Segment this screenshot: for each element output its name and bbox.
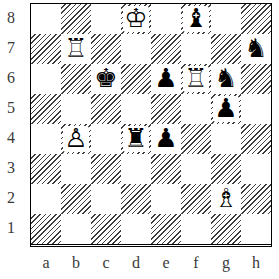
square-f3[interactable] — [181, 154, 211, 184]
square-g5[interactable]: ♟ — [211, 94, 241, 124]
square-a3[interactable] — [31, 154, 61, 184]
file-label-f: f — [181, 250, 211, 276]
square-f1[interactable] — [181, 214, 211, 244]
square-b8[interactable] — [61, 4, 91, 34]
file-label-c: c — [91, 250, 121, 276]
square-f7[interactable] — [181, 34, 211, 64]
square-h1[interactable] — [241, 214, 271, 244]
square-a7[interactable] — [31, 34, 61, 64]
file-labels: abcdefgh — [31, 250, 271, 276]
rank-label-5: 5 — [0, 93, 22, 123]
square-e3[interactable] — [151, 154, 181, 184]
square-d3[interactable] — [121, 154, 151, 184]
white-pawn[interactable]: ♙ — [64, 125, 87, 151]
white-rook[interactable]: ♖ — [64, 35, 87, 61]
square-d2[interactable] — [121, 184, 151, 214]
square-e6[interactable]: ♟ — [151, 64, 181, 94]
chess-board: ♔♝♖♞♚♟♖♞♟♙♜♟♗ — [30, 3, 272, 247]
square-g3[interactable] — [211, 154, 241, 184]
square-e7[interactable] — [151, 34, 181, 64]
square-a6[interactable] — [31, 64, 61, 94]
square-d7[interactable] — [121, 34, 151, 64]
file-label-d: d — [121, 250, 151, 276]
rank-label-2: 2 — [0, 183, 22, 213]
chess-diagram: 87654321 ♔♝♖♞♚♟♖♞♟♙♜♟♗ abcdefgh — [0, 0, 279, 279]
square-d5[interactable] — [121, 94, 151, 124]
rank-label-8: 8 — [0, 3, 22, 33]
rank-label-6: 6 — [0, 63, 22, 93]
black-pawn[interactable]: ♟ — [154, 65, 177, 91]
black-knight[interactable]: ♞ — [244, 35, 267, 61]
black-rook[interactable]: ♜ — [124, 125, 147, 151]
square-c7[interactable] — [91, 34, 121, 64]
square-d8[interactable]: ♔ — [121, 4, 151, 34]
black-pawn[interactable]: ♟ — [154, 125, 177, 151]
square-g1[interactable] — [211, 214, 241, 244]
square-b1[interactable] — [61, 214, 91, 244]
square-a1[interactable] — [31, 214, 61, 244]
file-label-g: g — [211, 250, 241, 276]
white-bishop[interactable]: ♗ — [214, 185, 237, 211]
square-h4[interactable] — [241, 124, 271, 154]
black-pawn[interactable]: ♟ — [214, 95, 237, 121]
file-label-a: a — [31, 250, 61, 276]
square-f8[interactable]: ♝ — [181, 4, 211, 34]
square-c4[interactable] — [91, 124, 121, 154]
file-label-h: h — [241, 250, 271, 276]
square-d1[interactable] — [121, 214, 151, 244]
white-king[interactable]: ♔ — [124, 5, 147, 31]
square-a2[interactable] — [31, 184, 61, 214]
square-g4[interactable] — [211, 124, 241, 154]
file-label-e: e — [151, 250, 181, 276]
square-a4[interactable] — [31, 124, 61, 154]
square-b4[interactable]: ♙ — [61, 124, 91, 154]
square-g6[interactable]: ♞ — [211, 64, 241, 94]
square-g2[interactable]: ♗ — [211, 184, 241, 214]
square-b5[interactable] — [61, 94, 91, 124]
rank-label-3: 3 — [0, 153, 22, 183]
square-e5[interactable] — [151, 94, 181, 124]
square-c1[interactable] — [91, 214, 121, 244]
square-h2[interactable] — [241, 184, 271, 214]
white-rook[interactable]: ♖ — [184, 65, 207, 91]
square-b6[interactable] — [61, 64, 91, 94]
square-b2[interactable] — [61, 184, 91, 214]
square-f6[interactable]: ♖ — [181, 64, 211, 94]
square-e2[interactable] — [151, 184, 181, 214]
square-f2[interactable] — [181, 184, 211, 214]
square-e4[interactable]: ♟ — [151, 124, 181, 154]
square-h5[interactable] — [241, 94, 271, 124]
square-g8[interactable] — [211, 4, 241, 34]
square-h6[interactable] — [241, 64, 271, 94]
square-d6[interactable] — [121, 64, 151, 94]
square-c2[interactable] — [91, 184, 121, 214]
rank-label-4: 4 — [0, 123, 22, 153]
rank-label-7: 7 — [0, 33, 22, 63]
square-c5[interactable] — [91, 94, 121, 124]
square-f4[interactable] — [181, 124, 211, 154]
file-label-b: b — [61, 250, 91, 276]
square-h7[interactable]: ♞ — [241, 34, 271, 64]
square-c3[interactable] — [91, 154, 121, 184]
square-g7[interactable] — [211, 34, 241, 64]
square-c8[interactable] — [91, 4, 121, 34]
square-b7[interactable]: ♖ — [61, 34, 91, 64]
square-c6[interactable]: ♚ — [91, 64, 121, 94]
square-a8[interactable] — [31, 4, 61, 34]
black-knight[interactable]: ♞ — [214, 65, 237, 91]
rank-label-1: 1 — [0, 213, 22, 243]
square-d4[interactable]: ♜ — [121, 124, 151, 154]
square-h8[interactable] — [241, 4, 271, 34]
square-b3[interactable] — [61, 154, 91, 184]
square-e8[interactable] — [151, 4, 181, 34]
square-e1[interactable] — [151, 214, 181, 244]
rank-labels: 87654321 — [0, 3, 22, 243]
black-bishop[interactable]: ♝ — [184, 5, 207, 31]
square-a5[interactable] — [31, 94, 61, 124]
square-h3[interactable] — [241, 154, 271, 184]
black-king[interactable]: ♚ — [94, 65, 117, 91]
square-f5[interactable] — [181, 94, 211, 124]
